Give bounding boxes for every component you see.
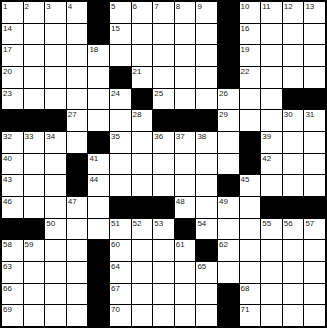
clue-number-19: 19 — [241, 45, 250, 54]
cell-r2c1[interactable]: 14 — [2, 24, 23, 45]
clue-number-10: 10 — [241, 2, 250, 11]
clue-number-71: 71 — [241, 305, 250, 314]
cell-r3c2[interactable] — [24, 45, 45, 66]
cell-r6c12[interactable] — [240, 110, 261, 131]
clue-number-2: 2 — [25, 2, 29, 11]
cell-r1c5 — [88, 2, 109, 23]
cell-r11c8[interactable]: 53 — [153, 219, 174, 240]
cell-r5c9[interactable] — [175, 89, 196, 110]
cell-r9c9[interactable] — [175, 175, 196, 196]
cell-r5c4[interactable] — [67, 89, 88, 110]
cell-r13c10[interactable]: 65 — [196, 262, 217, 283]
cell-r4c11 — [218, 67, 239, 88]
cell-r15c10[interactable] — [196, 305, 217, 326]
cell-r15c13[interactable] — [261, 305, 282, 326]
cell-r6c7[interactable]: 28 — [132, 110, 153, 131]
cell-r10c11[interactable]: 49 — [218, 197, 239, 218]
cell-r5c15 — [304, 89, 325, 110]
cell-r7c14[interactable] — [283, 132, 304, 153]
clue-number-21: 21 — [133, 67, 142, 76]
cell-r12c3[interactable] — [45, 240, 66, 261]
cell-r15c14[interactable] — [283, 305, 304, 326]
clue-number-60: 60 — [111, 240, 120, 249]
clue-number-57: 57 — [305, 219, 314, 228]
clue-number-67: 67 — [111, 284, 120, 293]
cell-r1c15[interactable]: 13 — [304, 2, 325, 23]
cell-r1c12[interactable]: 10 — [240, 2, 261, 23]
cell-r5c7 — [132, 89, 153, 110]
cell-r6c5[interactable] — [88, 110, 109, 131]
cell-r4c15[interactable] — [304, 67, 325, 88]
cell-r7c1[interactable]: 32 — [2, 132, 23, 153]
cell-r10c13 — [261, 197, 282, 218]
cell-r1c11 — [218, 2, 239, 23]
clue-number-11: 11 — [262, 2, 270, 11]
cell-r15c7[interactable] — [132, 305, 153, 326]
clue-number-55: 55 — [262, 219, 271, 228]
cell-r12c8[interactable] — [153, 240, 174, 261]
clue-number-69: 69 — [3, 305, 12, 314]
cell-r14c15[interactable] — [304, 284, 325, 305]
cell-r8c12 — [240, 154, 261, 175]
clue-number-49: 49 — [219, 197, 228, 206]
cell-r8c14[interactable] — [283, 154, 304, 175]
cell-r8c5[interactable]: 41 — [88, 154, 109, 175]
clue-number-16: 16 — [241, 24, 250, 33]
cell-r3c7[interactable] — [132, 45, 153, 66]
cell-r8c6[interactable] — [110, 154, 131, 175]
cell-r11c9 — [175, 219, 196, 240]
cell-r8c15[interactable] — [304, 154, 325, 175]
clue-number-66: 66 — [3, 284, 12, 293]
clue-number-53: 53 — [154, 219, 163, 228]
clue-number-43: 43 — [3, 175, 12, 184]
cell-r14c1[interactable]: 66 — [2, 284, 23, 305]
clue-number-70: 70 — [111, 305, 120, 314]
cell-r2c15[interactable] — [304, 24, 325, 45]
cell-r7c9[interactable]: 37 — [175, 132, 196, 153]
clue-number-27: 27 — [68, 110, 77, 119]
cell-r15c12[interactable]: 71 — [240, 305, 261, 326]
cell-r8c13[interactable]: 42 — [261, 154, 282, 175]
cell-r13c11[interactable] — [218, 262, 239, 283]
cell-r1c6[interactable]: 5 — [110, 2, 131, 23]
clue-number-22: 22 — [241, 67, 250, 76]
cell-r8c8[interactable] — [153, 154, 174, 175]
cell-r3c11 — [218, 45, 239, 66]
cell-r9c7[interactable] — [132, 175, 153, 196]
cell-r3c5[interactable]: 18 — [88, 45, 109, 66]
cell-r15c4[interactable] — [67, 305, 88, 326]
cell-r3c9[interactable] — [175, 45, 196, 66]
cell-r13c12[interactable] — [240, 262, 261, 283]
cell-r4c10[interactable] — [196, 67, 217, 88]
clue-number-5: 5 — [111, 2, 115, 11]
clue-number-17: 17 — [3, 45, 12, 54]
cell-r2c7[interactable] — [132, 24, 153, 45]
cell-r10c8 — [153, 197, 174, 218]
cell-r5c11[interactable]: 26 — [218, 89, 239, 110]
clue-number-32: 32 — [3, 132, 12, 141]
cell-r6c8 — [153, 110, 174, 131]
cell-r13c2[interactable] — [24, 262, 45, 283]
cell-r3c4[interactable] — [67, 45, 88, 66]
cell-r1c10[interactable]: 9 — [196, 2, 217, 23]
cell-r4c6 — [110, 67, 131, 88]
cell-r13c7[interactable] — [132, 262, 153, 283]
clue-number-41: 41 — [89, 154, 98, 163]
clue-number-68: 68 — [241, 284, 250, 293]
clue-number-40: 40 — [3, 154, 12, 163]
cell-r2c4[interactable] — [67, 24, 88, 45]
cell-r9c5[interactable]: 44 — [88, 175, 109, 196]
clue-number-28: 28 — [133, 110, 142, 119]
cell-r14c14[interactable] — [283, 284, 304, 305]
cell-r12c5 — [88, 240, 109, 261]
clue-number-65: 65 — [197, 262, 206, 271]
cell-r9c14[interactable] — [283, 175, 304, 196]
cell-r13c6[interactable]: 64 — [110, 262, 131, 283]
clue-number-35: 35 — [111, 132, 120, 141]
clue-number-62: 62 — [219, 240, 228, 249]
clue-number-20: 20 — [3, 67, 12, 76]
cell-r9c15[interactable] — [304, 175, 325, 196]
clue-number-63: 63 — [3, 262, 12, 271]
cell-r9c1[interactable]: 43 — [2, 175, 23, 196]
clue-number-39: 39 — [262, 132, 271, 141]
clue-number-38: 38 — [197, 132, 206, 141]
cell-r10c14 — [283, 197, 304, 218]
cell-r5c6[interactable]: 24 — [110, 89, 131, 110]
clue-number-14: 14 — [3, 24, 12, 33]
cell-r14c5 — [88, 284, 109, 305]
crossword-puzzle: 1234567891011121314151617181920212223242… — [0, 0, 327, 328]
cell-r3c8[interactable] — [153, 45, 174, 66]
cell-r11c6[interactable]: 51 — [110, 219, 131, 240]
cell-r10c6 — [110, 197, 131, 218]
cell-r12c9[interactable]: 61 — [175, 240, 196, 261]
clue-number-26: 26 — [219, 89, 228, 98]
clue-number-30: 30 — [284, 110, 293, 119]
cell-r13c14[interactable] — [283, 262, 304, 283]
clue-number-42: 42 — [262, 154, 271, 163]
cell-r7c15[interactable] — [304, 132, 325, 153]
cell-r11c4[interactable] — [67, 219, 88, 240]
cell-r5c5[interactable] — [88, 89, 109, 110]
cell-r6c15[interactable]: 31 — [304, 110, 325, 131]
cell-r1c7[interactable]: 6 — [132, 2, 153, 23]
clue-number-33: 33 — [25, 132, 34, 141]
clue-number-48: 48 — [176, 197, 185, 206]
cell-r7c11[interactable] — [218, 132, 239, 153]
cell-r12c15[interactable] — [304, 240, 325, 261]
cell-r10c9[interactable]: 48 — [175, 197, 196, 218]
clue-number-61: 61 — [176, 240, 185, 249]
cell-r7c8[interactable]: 36 — [153, 132, 174, 153]
cell-r11c12[interactable] — [240, 219, 261, 240]
cell-r2c13[interactable] — [261, 24, 282, 45]
cell-r15c3[interactable] — [45, 305, 66, 326]
cell-r8c3[interactable] — [45, 154, 66, 175]
clue-number-7: 7 — [154, 2, 158, 11]
cell-r7c13[interactable]: 39 — [261, 132, 282, 153]
clue-number-50: 50 — [46, 219, 55, 228]
clue-number-13: 13 — [305, 2, 314, 11]
clue-number-4: 4 — [68, 2, 72, 11]
cell-r6c4[interactable]: 27 — [67, 110, 88, 131]
cell-r12c6[interactable]: 60 — [110, 240, 131, 261]
cell-r6c9 — [175, 110, 196, 131]
cell-r12c10 — [196, 240, 217, 261]
cell-r2c12[interactable]: 16 — [240, 24, 261, 45]
cell-r2c14[interactable] — [283, 24, 304, 45]
cell-r1c4[interactable]: 4 — [67, 2, 88, 23]
cell-r12c2[interactable]: 59 — [24, 240, 45, 261]
cell-r3c15[interactable] — [304, 45, 325, 66]
clue-number-9: 9 — [197, 2, 201, 11]
cell-r1c1[interactable]: 1 — [2, 2, 23, 23]
cell-r13c8[interactable] — [153, 262, 174, 283]
cell-r1c2[interactable]: 2 — [24, 2, 45, 23]
clue-number-15: 15 — [111, 24, 120, 33]
cell-r6c6[interactable] — [110, 110, 131, 131]
cell-r3c6[interactable] — [110, 45, 131, 66]
cell-r7c12 — [240, 132, 261, 153]
clue-number-45: 45 — [241, 175, 250, 184]
cell-r6c14[interactable]: 30 — [283, 110, 304, 131]
cell-r15c1[interactable]: 69 — [2, 305, 23, 326]
crossword-board: 1234567891011121314151617181920212223242… — [0, 0, 327, 328]
cell-r8c11[interactable] — [218, 154, 239, 175]
clue-number-18: 18 — [89, 45, 98, 54]
cell-r11c10[interactable]: 54 — [196, 219, 217, 240]
cell-r5c10[interactable] — [196, 89, 217, 110]
cell-r5c2[interactable] — [24, 89, 45, 110]
cell-r14c7[interactable] — [132, 284, 153, 305]
cell-r13c15[interactable] — [304, 262, 325, 283]
cell-r10c15 — [304, 197, 325, 218]
cell-r11c3[interactable]: 50 — [45, 219, 66, 240]
clue-number-56: 56 — [284, 219, 293, 228]
cell-r8c2[interactable] — [24, 154, 45, 175]
cell-r13c4[interactable] — [67, 262, 88, 283]
cell-r5c12[interactable] — [240, 89, 261, 110]
cell-r2c8[interactable] — [153, 24, 174, 45]
cell-r11c13[interactable]: 55 — [261, 219, 282, 240]
cell-r15c15[interactable] — [304, 305, 325, 326]
clue-number-31: 31 — [305, 110, 314, 119]
cell-r8c7[interactable] — [132, 154, 153, 175]
cell-r4c9[interactable] — [175, 67, 196, 88]
cell-r10c7 — [132, 197, 153, 218]
cell-r14c10[interactable] — [196, 284, 217, 305]
cell-r14c13[interactable] — [261, 284, 282, 305]
cell-r9c10[interactable] — [196, 175, 217, 196]
cell-r10c2[interactable] — [24, 197, 45, 218]
clue-number-36: 36 — [154, 132, 163, 141]
cell-r14c11 — [218, 284, 239, 305]
clue-number-59: 59 — [25, 240, 34, 249]
cell-r1c14[interactable]: 12 — [283, 2, 304, 23]
cell-r7c5 — [88, 132, 109, 153]
cell-r14c12[interactable]: 68 — [240, 284, 261, 305]
cell-r1c13[interactable]: 11 — [261, 2, 282, 23]
clue-number-47: 47 — [68, 197, 77, 206]
cell-r9c6[interactable] — [110, 175, 131, 196]
cell-r3c12[interactable]: 19 — [240, 45, 261, 66]
cell-r11c11[interactable] — [218, 219, 239, 240]
cell-r10c12[interactable] — [240, 197, 261, 218]
cell-r3c10[interactable] — [196, 45, 217, 66]
clue-number-52: 52 — [133, 219, 142, 228]
cell-r3c1[interactable]: 17 — [2, 45, 23, 66]
cell-r4c4[interactable] — [67, 67, 88, 88]
cell-r4c12[interactable]: 22 — [240, 67, 261, 88]
cell-r11c2 — [24, 219, 45, 240]
cell-r9c12[interactable]: 45 — [240, 175, 261, 196]
cell-r4c2[interactable] — [24, 67, 45, 88]
cell-r8c4 — [67, 154, 88, 175]
cell-r6c10 — [196, 110, 217, 131]
cell-r14c6[interactable]: 67 — [110, 284, 131, 305]
cell-r7c6[interactable]: 35 — [110, 132, 131, 153]
cell-r4c3[interactable] — [45, 67, 66, 88]
cell-r10c1[interactable]: 46 — [2, 197, 23, 218]
clue-number-51: 51 — [111, 219, 120, 228]
cell-r12c13[interactable] — [261, 240, 282, 261]
cell-r12c11[interactable]: 62 — [218, 240, 239, 261]
cell-r4c1[interactable]: 20 — [2, 67, 23, 88]
cell-r4c8[interactable] — [153, 67, 174, 88]
cell-r14c8[interactable] — [153, 284, 174, 305]
clue-number-6: 6 — [133, 2, 137, 11]
cell-r11c14[interactable]: 56 — [283, 219, 304, 240]
cell-r7c4[interactable] — [67, 132, 88, 153]
cell-r14c3[interactable] — [45, 284, 66, 305]
cell-r5c1[interactable]: 23 — [2, 89, 23, 110]
cell-r9c4 — [67, 175, 88, 196]
cell-r11c1 — [2, 219, 23, 240]
cell-r10c5[interactable] — [88, 197, 109, 218]
cell-r11c15[interactable]: 57 — [304, 219, 325, 240]
clue-number-64: 64 — [111, 262, 120, 271]
cell-r4c13[interactable] — [261, 67, 282, 88]
cell-r13c1[interactable]: 63 — [2, 262, 23, 283]
cell-r7c3[interactable]: 34 — [45, 132, 66, 153]
cell-r5c14 — [283, 89, 304, 110]
clue-number-3: 3 — [46, 2, 50, 11]
cell-r12c12[interactable] — [240, 240, 261, 261]
cell-r8c1[interactable]: 40 — [2, 154, 23, 175]
cell-r6c1 — [2, 110, 23, 131]
cell-r6c3 — [45, 110, 66, 131]
cell-r2c5 — [88, 24, 109, 45]
cell-r10c10[interactable] — [196, 197, 217, 218]
clue-number-29: 29 — [219, 110, 228, 119]
cell-r2c9[interactable] — [175, 24, 196, 45]
cell-r6c13[interactable] — [261, 110, 282, 131]
cell-r7c7[interactable] — [132, 132, 153, 153]
clue-number-12: 12 — [284, 2, 293, 11]
cell-r2c3[interactable] — [45, 24, 66, 45]
cell-r13c3[interactable] — [45, 262, 66, 283]
cell-r11c5[interactable] — [88, 219, 109, 240]
cell-r14c4[interactable] — [67, 284, 88, 305]
clue-number-54: 54 — [197, 219, 206, 228]
cell-r11c7[interactable]: 52 — [132, 219, 153, 240]
cell-r9c11 — [218, 175, 239, 196]
cell-r5c13[interactable] — [261, 89, 282, 110]
cell-r15c2[interactable] — [24, 305, 45, 326]
clue-number-37: 37 — [176, 132, 185, 141]
clue-number-58: 58 — [3, 240, 12, 249]
clue-number-44: 44 — [89, 175, 98, 184]
cell-r12c14[interactable] — [283, 240, 304, 261]
cell-r8c10[interactable] — [196, 154, 217, 175]
clue-number-25: 25 — [154, 89, 163, 98]
clue-number-1: 1 — [3, 2, 7, 11]
cell-r10c4[interactable]: 47 — [67, 197, 88, 218]
cell-r3c13[interactable] — [261, 45, 282, 66]
cell-r2c6[interactable]: 15 — [110, 24, 131, 45]
cell-r4c7[interactable]: 21 — [132, 67, 153, 88]
cell-r9c13[interactable] — [261, 175, 282, 196]
clue-number-34: 34 — [46, 132, 55, 141]
cell-r10c3[interactable] — [45, 197, 66, 218]
cell-r9c8[interactable] — [153, 175, 174, 196]
cell-r15c8[interactable] — [153, 305, 174, 326]
cell-r15c11 — [218, 305, 239, 326]
clue-number-23: 23 — [3, 89, 12, 98]
cell-r6c2 — [24, 110, 45, 131]
clue-number-46: 46 — [3, 197, 12, 206]
cell-r13c5 — [88, 262, 109, 283]
cell-r4c14[interactable] — [283, 67, 304, 88]
cell-r12c7[interactable] — [132, 240, 153, 261]
cell-r9c3[interactable] — [45, 175, 66, 196]
cell-r4c5[interactable] — [88, 67, 109, 88]
cell-r15c9[interactable] — [175, 305, 196, 326]
cell-r6c11[interactable]: 29 — [218, 110, 239, 131]
cell-r13c13[interactable] — [261, 262, 282, 283]
cell-r14c2[interactable] — [24, 284, 45, 305]
cell-r13c9[interactable] — [175, 262, 196, 283]
clue-number-8: 8 — [176, 2, 180, 11]
cell-r2c2[interactable] — [24, 24, 45, 45]
cell-r12c1[interactable]: 58 — [2, 240, 23, 261]
cell-r1c9[interactable]: 8 — [175, 2, 196, 23]
cell-r3c14[interactable] — [283, 45, 304, 66]
cell-r5c8[interactable]: 25 — [153, 89, 174, 110]
cell-r1c8[interactable]: 7 — [153, 2, 174, 23]
cell-r14c9[interactable] — [175, 284, 196, 305]
cell-r1c3[interactable]: 3 — [45, 2, 66, 23]
cell-r5c3[interactable] — [45, 89, 66, 110]
cell-r9c2[interactable] — [24, 175, 45, 196]
cell-r2c11 — [218, 24, 239, 45]
cell-r7c10[interactable]: 38 — [196, 132, 217, 153]
cell-r15c5 — [88, 305, 109, 326]
cell-r12c4[interactable] — [67, 240, 88, 261]
cell-r7c2[interactable]: 33 — [24, 132, 45, 153]
cell-r2c10[interactable] — [196, 24, 217, 45]
clue-number-24: 24 — [111, 89, 120, 98]
cell-r15c6[interactable]: 70 — [110, 305, 131, 326]
cell-r8c9[interactable] — [175, 154, 196, 175]
cell-r3c3[interactable] — [45, 45, 66, 66]
